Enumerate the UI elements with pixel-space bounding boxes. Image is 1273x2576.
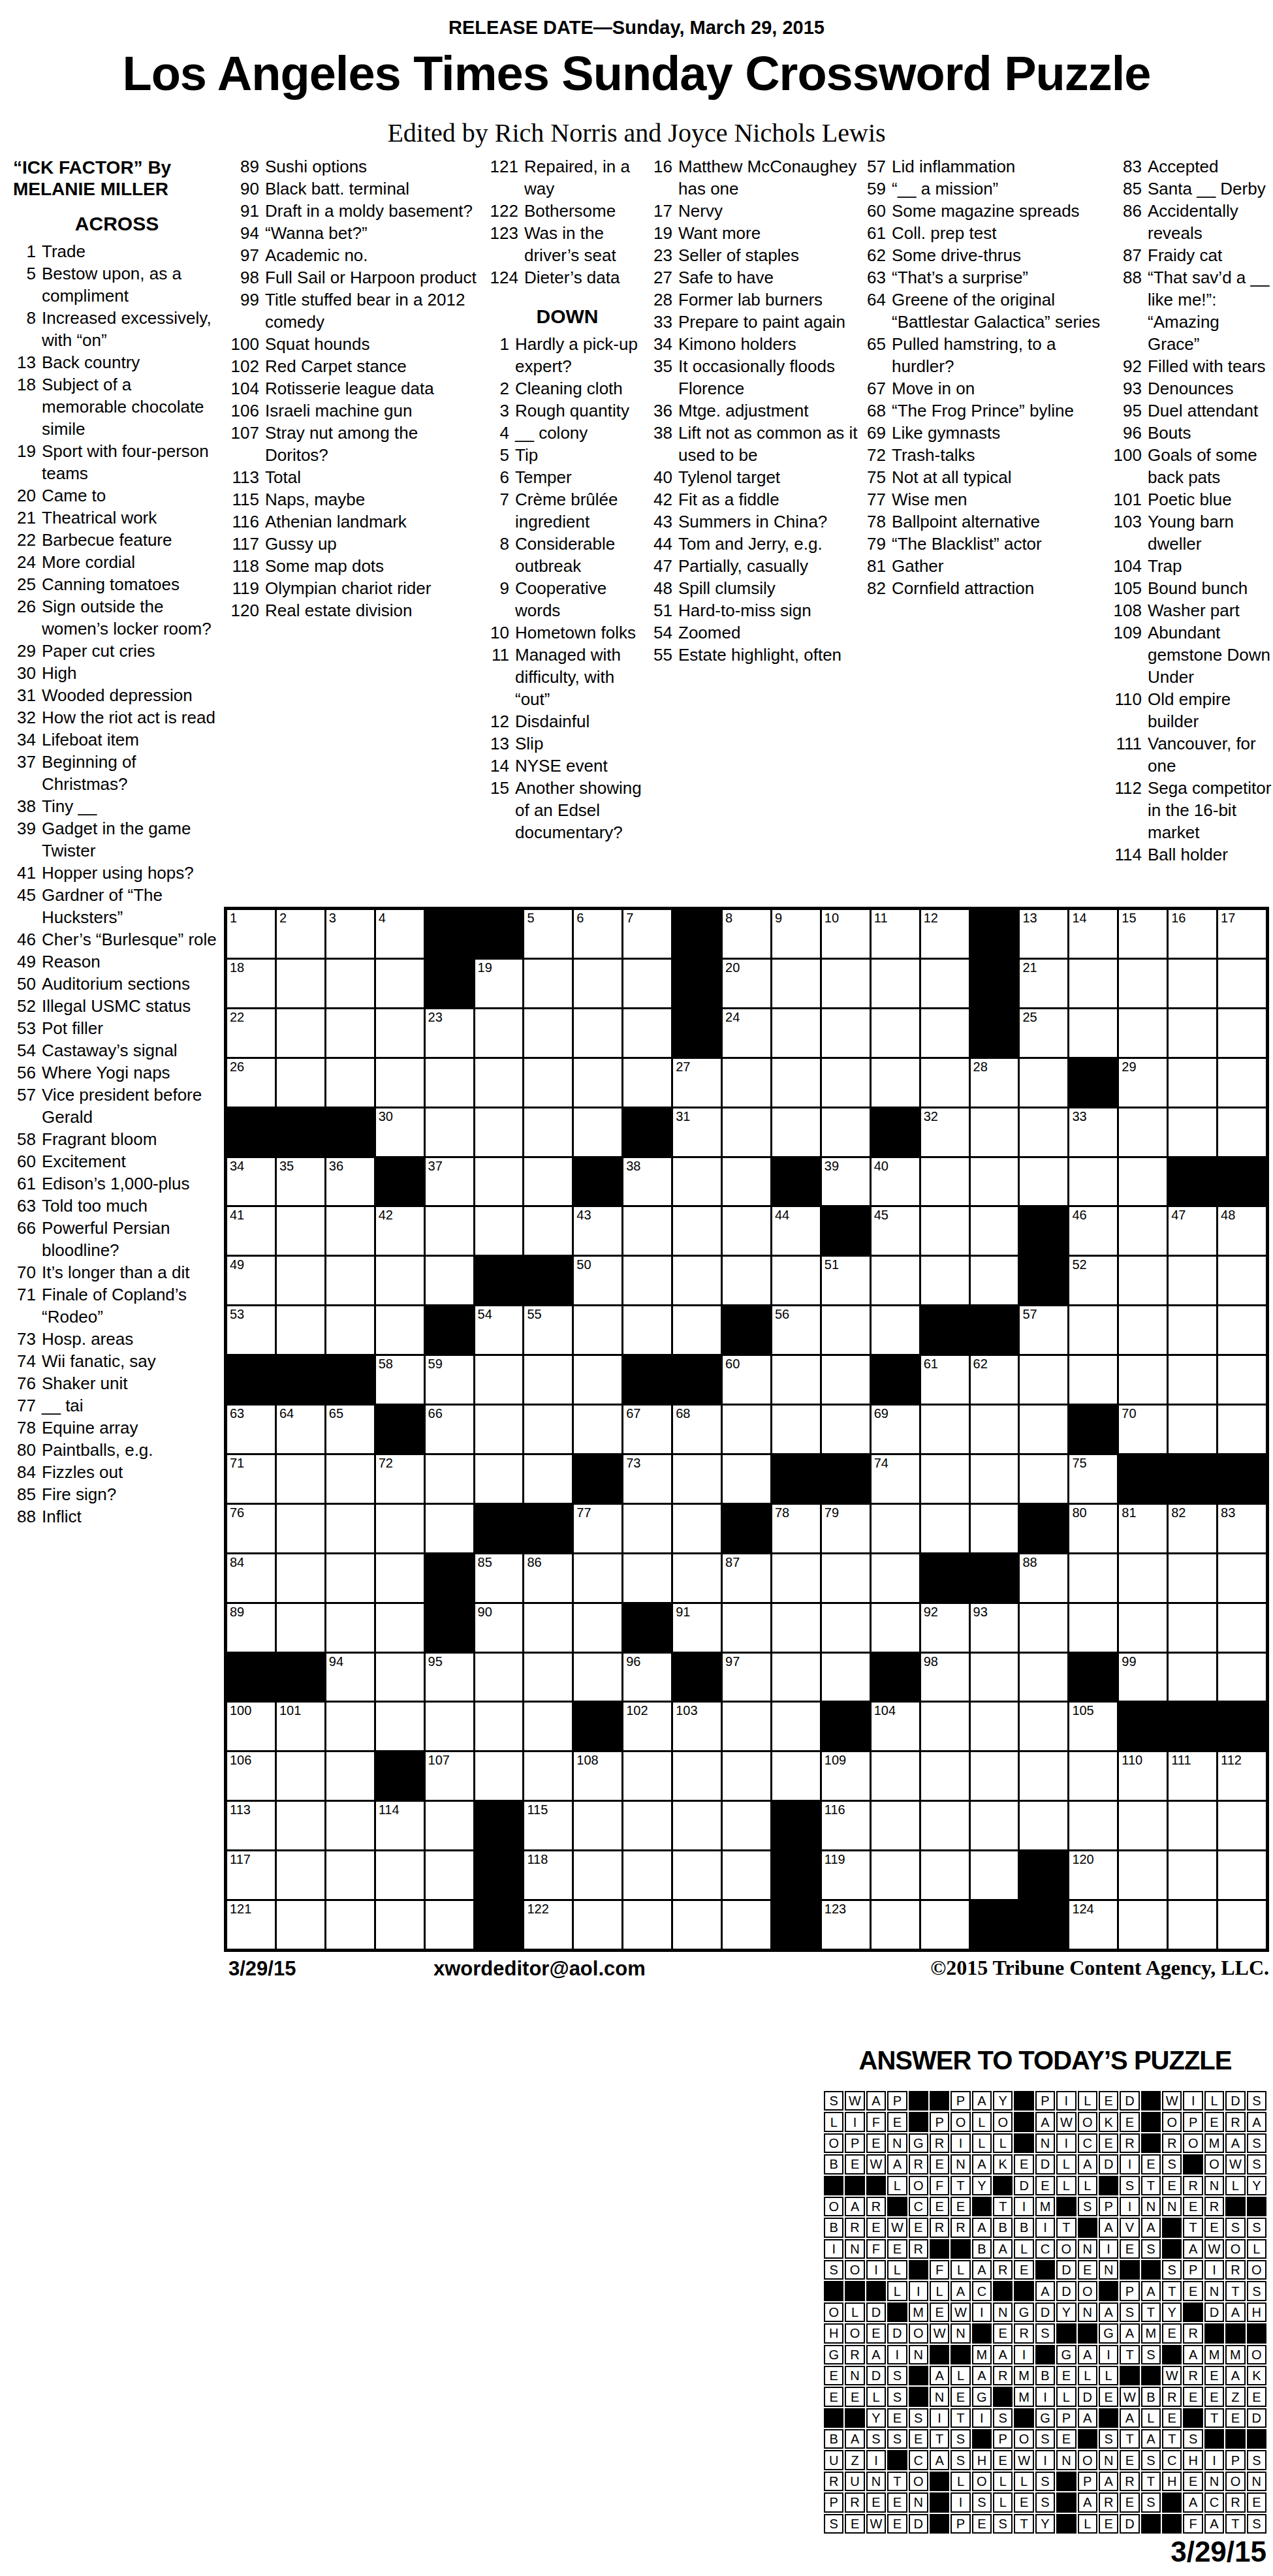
grid-cell-r2c14[interactable] [872, 960, 919, 1007]
grid-cell-r18c6[interactable] [475, 1752, 523, 1800]
grid-cell-r19c7[interactable]: 115 [524, 1802, 572, 1849]
grid-cell-r16c13[interactable] [822, 1654, 870, 1701]
grid-cell-r2c4[interactable] [376, 960, 424, 1007]
grid-cell-r17c1[interactable]: 100 [227, 1703, 275, 1750]
grid-cell-r15c19[interactable] [1119, 1604, 1167, 1652]
grid-cell-r16c21[interactable] [1218, 1654, 1266, 1701]
grid-cell-r15c7[interactable] [524, 1604, 572, 1652]
grid-cell-r10c21[interactable] [1218, 1356, 1266, 1404]
grid-cell-r8c13[interactable]: 51 [822, 1257, 870, 1304]
grid-cell-r10c4[interactable]: 58 [376, 1356, 424, 1404]
grid-cell-r13c13[interactable]: 79 [822, 1505, 870, 1552]
grid-cell-r9c2[interactable] [277, 1306, 324, 1354]
grid-cell-r4c14[interactable] [872, 1059, 919, 1107]
grid-cell-r7c21[interactable]: 48 [1218, 1207, 1266, 1255]
grid-cell-r19c13[interactable]: 116 [822, 1802, 870, 1849]
grid-cell-r2c17[interactable]: 21 [1020, 960, 1067, 1007]
grid-cell-r12c3[interactable] [326, 1455, 374, 1503]
grid-cell-r11c5[interactable]: 66 [426, 1406, 473, 1453]
grid-cell-r21c1[interactable]: 121 [227, 1901, 275, 1949]
grid-cell-r20c13[interactable]: 119 [822, 1851, 870, 1899]
grid-cell-r3c9[interactable] [623, 1009, 671, 1057]
grid-cell-r1c1[interactable]: 1 [227, 910, 275, 958]
grid-cell-r2c18[interactable] [1069, 960, 1117, 1007]
grid-cell-r6c7[interactable] [524, 1158, 572, 1206]
grid-cell-r12c14[interactable]: 74 [872, 1455, 919, 1503]
grid-cell-r3c8[interactable] [574, 1009, 621, 1057]
grid-cell-r15c6[interactable]: 90 [475, 1604, 523, 1652]
grid-cell-r15c17[interactable] [1020, 1604, 1067, 1652]
grid-cell-r12c5[interactable] [426, 1455, 473, 1503]
grid-cell-r13c5[interactable] [426, 1505, 473, 1552]
grid-cell-r21c3[interactable] [326, 1901, 374, 1949]
grid-cell-r18c5[interactable]: 107 [426, 1752, 473, 1800]
grid-cell-r11c21[interactable] [1218, 1406, 1266, 1453]
grid-cell-r20c4[interactable] [376, 1851, 424, 1899]
grid-cell-r7c16[interactable] [971, 1207, 1018, 1255]
grid-cell-r1c15[interactable]: 12 [921, 910, 969, 958]
grid-cell-r14c11[interactable]: 87 [723, 1554, 770, 1602]
grid-cell-r16c16[interactable] [971, 1654, 1018, 1701]
grid-cell-r4c1[interactable]: 26 [227, 1059, 275, 1107]
grid-cell-r10c13[interactable] [822, 1356, 870, 1404]
grid-cell-r7c20[interactable]: 47 [1169, 1207, 1216, 1255]
grid-cell-r13c16[interactable] [971, 1505, 1018, 1552]
grid-cell-r13c21[interactable]: 83 [1218, 1505, 1266, 1552]
grid-cell-r10c16[interactable]: 62 [971, 1356, 1018, 1404]
grid-cell-r7c6[interactable] [475, 1207, 523, 1255]
grid-cell-r19c20[interactable] [1169, 1802, 1216, 1849]
grid-cell-r2c13[interactable] [822, 960, 870, 1007]
grid-cell-r18c19[interactable]: 110 [1119, 1752, 1167, 1800]
grid-cell-r15c18[interactable] [1069, 1604, 1117, 1652]
grid-cell-r18c2[interactable] [277, 1752, 324, 1800]
grid-cell-r14c18[interactable] [1069, 1554, 1117, 1602]
grid-cell-r21c5[interactable] [426, 1901, 473, 1949]
grid-cell-r17c6[interactable] [475, 1703, 523, 1750]
grid-cell-r18c13[interactable]: 109 [822, 1752, 870, 1800]
grid-cell-r3c11[interactable]: 24 [723, 1009, 770, 1057]
grid-cell-r14c17[interactable]: 88 [1020, 1554, 1067, 1602]
grid-cell-r19c11[interactable] [723, 1802, 770, 1849]
grid-cell-r5c15[interactable]: 32 [921, 1108, 969, 1156]
grid-cell-r7c3[interactable] [326, 1207, 374, 1255]
grid-cell-r14c20[interactable] [1169, 1554, 1216, 1602]
grid-cell-r21c8[interactable] [574, 1901, 621, 1949]
grid-cell-r11c10[interactable]: 68 [673, 1406, 721, 1453]
grid-cell-r2c3[interactable] [326, 960, 374, 1007]
grid-cell-r5c20[interactable] [1169, 1108, 1216, 1156]
grid-cell-r15c1[interactable]: 89 [227, 1604, 275, 1652]
grid-cell-r21c7[interactable]: 122 [524, 1901, 572, 1949]
grid-cell-r11c13[interactable] [822, 1406, 870, 1453]
grid-cell-r13c1[interactable]: 76 [227, 1505, 275, 1552]
grid-cell-r9c13[interactable] [822, 1306, 870, 1354]
grid-cell-r13c3[interactable] [326, 1505, 374, 1552]
grid-cell-r3c6[interactable] [475, 1009, 523, 1057]
grid-cell-r21c13[interactable]: 123 [822, 1901, 870, 1949]
grid-cell-r17c14[interactable]: 104 [872, 1703, 919, 1750]
grid-cell-r17c18[interactable]: 105 [1069, 1703, 1117, 1750]
grid-cell-r2c1[interactable]: 18 [227, 960, 275, 1007]
grid-cell-r5c10[interactable]: 31 [673, 1108, 721, 1156]
grid-cell-r2c6[interactable]: 19 [475, 960, 523, 1007]
grid-cell-r3c7[interactable] [524, 1009, 572, 1057]
grid-cell-r17c17[interactable] [1020, 1703, 1067, 1750]
grid-cell-r7c10[interactable] [673, 1207, 721, 1255]
grid-cell-r13c10[interactable] [673, 1505, 721, 1552]
grid-cell-r10c19[interactable] [1119, 1356, 1167, 1404]
grid-cell-r16c11[interactable]: 97 [723, 1654, 770, 1701]
grid-cell-r4c16[interactable]: 28 [971, 1059, 1018, 1107]
grid-cell-r19c15[interactable] [921, 1802, 969, 1849]
grid-cell-r16c17[interactable] [1020, 1654, 1067, 1701]
grid-cell-r4c13[interactable] [822, 1059, 870, 1107]
grid-cell-r12c16[interactable] [971, 1455, 1018, 1503]
grid-cell-r4c15[interactable] [921, 1059, 969, 1107]
grid-cell-r2c19[interactable] [1119, 960, 1167, 1007]
grid-cell-r16c8[interactable] [574, 1654, 621, 1701]
grid-cell-r18c20[interactable]: 111 [1169, 1752, 1216, 1800]
grid-cell-r17c9[interactable]: 102 [623, 1703, 671, 1750]
grid-cell-r1c7[interactable]: 5 [524, 910, 572, 958]
grid-cell-r20c21[interactable] [1218, 1851, 1266, 1899]
grid-cell-r13c20[interactable]: 82 [1169, 1505, 1216, 1552]
grid-cell-r11c19[interactable]: 70 [1119, 1406, 1167, 1453]
grid-cell-r6c1[interactable]: 34 [227, 1158, 275, 1206]
grid-cell-r21c15[interactable] [921, 1901, 969, 1949]
grid-cell-r1c8[interactable]: 6 [574, 910, 621, 958]
grid-cell-r4c4[interactable] [376, 1059, 424, 1107]
grid-cell-r17c5[interactable] [426, 1703, 473, 1750]
grid-cell-r16c12[interactable] [772, 1654, 820, 1701]
grid-cell-r20c20[interactable] [1169, 1851, 1216, 1899]
grid-cell-r21c21[interactable] [1218, 1901, 1266, 1949]
grid-cell-r10c8[interactable] [574, 1356, 621, 1404]
grid-cell-r4c17[interactable] [1020, 1059, 1067, 1107]
grid-cell-r2c7[interactable] [524, 960, 572, 1007]
grid-cell-r18c11[interactable] [723, 1752, 770, 1800]
grid-cell-r5c11[interactable] [723, 1108, 770, 1156]
grid-cell-r17c4[interactable] [376, 1703, 424, 1750]
grid-cell-r3c13[interactable] [822, 1009, 870, 1057]
grid-cell-r8c18[interactable]: 52 [1069, 1257, 1117, 1304]
grid-cell-r8c15[interactable] [921, 1257, 969, 1304]
grid-cell-r4c20[interactable] [1169, 1059, 1216, 1107]
grid-cell-r1c3[interactable]: 3 [326, 910, 374, 958]
grid-cell-r7c4[interactable]: 42 [376, 1207, 424, 1255]
grid-cell-r8c21[interactable] [1218, 1257, 1266, 1304]
grid-cell-r17c15[interactable] [921, 1703, 969, 1750]
grid-cell-r6c19[interactable] [1119, 1158, 1167, 1206]
grid-cell-r17c7[interactable] [524, 1703, 572, 1750]
grid-cell-r12c17[interactable] [1020, 1455, 1067, 1503]
grid-cell-r8c1[interactable]: 49 [227, 1257, 275, 1304]
grid-cell-r19c1[interactable]: 113 [227, 1802, 275, 1849]
grid-cell-r21c14[interactable] [872, 1901, 919, 1949]
grid-cell-r2c12[interactable] [772, 960, 820, 1007]
grid-cell-r1c19[interactable]: 15 [1119, 910, 1167, 958]
grid-cell-r6c14[interactable]: 40 [872, 1158, 919, 1206]
grid-cell-r2c21[interactable] [1218, 960, 1266, 1007]
grid-cell-r7c9[interactable] [623, 1207, 671, 1255]
grid-cell-r12c9[interactable]: 73 [623, 1455, 671, 1503]
grid-cell-r3c17[interactable]: 25 [1020, 1009, 1067, 1057]
grid-cell-r6c5[interactable]: 37 [426, 1158, 473, 1206]
grid-cell-r14c2[interactable] [277, 1554, 324, 1602]
grid-cell-r3c20[interactable] [1169, 1009, 1216, 1057]
grid-cell-r18c18[interactable] [1069, 1752, 1117, 1800]
grid-cell-r2c20[interactable] [1169, 960, 1216, 1007]
grid-cell-r8c8[interactable]: 50 [574, 1257, 621, 1304]
grid-cell-r13c9[interactable] [623, 1505, 671, 1552]
grid-cell-r15c8[interactable] [574, 1604, 621, 1652]
grid-cell-r18c10[interactable] [673, 1752, 721, 1800]
grid-cell-r11c1[interactable]: 63 [227, 1406, 275, 1453]
grid-cell-r1c17[interactable]: 13 [1020, 910, 1067, 958]
grid-cell-r8c4[interactable] [376, 1257, 424, 1304]
grid-cell-r20c2[interactable] [277, 1851, 324, 1899]
grid-cell-r19c10[interactable] [673, 1802, 721, 1849]
grid-cell-r21c4[interactable] [376, 1901, 424, 1949]
grid-cell-r5c19[interactable] [1119, 1108, 1167, 1156]
grid-cell-r19c5[interactable] [426, 1802, 473, 1849]
grid-cell-r20c14[interactable] [872, 1851, 919, 1899]
grid-cell-r9c18[interactable] [1069, 1306, 1117, 1354]
grid-cell-r4c3[interactable] [326, 1059, 374, 1107]
grid-cell-r4c9[interactable] [623, 1059, 671, 1107]
grid-cell-r20c18[interactable]: 120 [1069, 1851, 1117, 1899]
grid-cell-r6c16[interactable] [971, 1158, 1018, 1206]
grid-cell-r5c6[interactable] [475, 1108, 523, 1156]
grid-cell-r10c20[interactable] [1169, 1356, 1216, 1404]
grid-cell-r20c9[interactable] [623, 1851, 671, 1899]
grid-cell-r4c7[interactable] [524, 1059, 572, 1107]
grid-cell-r7c2[interactable] [277, 1207, 324, 1255]
grid-cell-r8c19[interactable] [1119, 1257, 1167, 1304]
grid-cell-r2c15[interactable] [921, 960, 969, 1007]
grid-cell-r11c8[interactable] [574, 1406, 621, 1453]
grid-cell-r20c7[interactable]: 118 [524, 1851, 572, 1899]
grid-cell-r15c12[interactable] [772, 1604, 820, 1652]
grid-cell-r9c4[interactable] [376, 1306, 424, 1354]
grid-cell-r5c4[interactable]: 30 [376, 1108, 424, 1156]
grid-cell-r21c11[interactable] [723, 1901, 770, 1949]
grid-cell-r7c14[interactable]: 45 [872, 1207, 919, 1255]
grid-cell-r7c8[interactable]: 43 [574, 1207, 621, 1255]
grid-cell-r4c21[interactable] [1218, 1059, 1266, 1107]
grid-cell-r11c6[interactable] [475, 1406, 523, 1453]
grid-cell-r18c15[interactable] [921, 1752, 969, 1800]
grid-cell-r13c14[interactable] [872, 1505, 919, 1552]
grid-cell-r19c19[interactable] [1119, 1802, 1167, 1849]
grid-cell-r7c1[interactable]: 41 [227, 1207, 275, 1255]
grid-cell-r17c2[interactable]: 101 [277, 1703, 324, 1750]
grid-cell-r2c2[interactable] [277, 960, 324, 1007]
grid-cell-r7c5[interactable] [426, 1207, 473, 1255]
grid-cell-r15c16[interactable]: 93 [971, 1604, 1018, 1652]
grid-cell-r9c7[interactable]: 55 [524, 1306, 572, 1354]
grid-cell-r9c21[interactable] [1218, 1306, 1266, 1354]
grid-cell-r18c8[interactable]: 108 [574, 1752, 621, 1800]
grid-cell-r3c5[interactable]: 23 [426, 1009, 473, 1057]
grid-cell-r13c12[interactable]: 78 [772, 1505, 820, 1552]
grid-cell-r17c10[interactable]: 103 [673, 1703, 721, 1750]
grid-cell-r8c10[interactable] [673, 1257, 721, 1304]
grid-cell-r19c4[interactable]: 114 [376, 1802, 424, 1849]
grid-cell-r10c11[interactable]: 60 [723, 1356, 770, 1404]
grid-cell-r14c10[interactable] [673, 1554, 721, 1602]
grid-cell-r13c18[interactable]: 80 [1069, 1505, 1117, 1552]
grid-cell-r1c21[interactable]: 17 [1218, 910, 1266, 958]
grid-cell-r20c8[interactable] [574, 1851, 621, 1899]
grid-cell-r5c7[interactable] [524, 1108, 572, 1156]
grid-cell-r3c3[interactable] [326, 1009, 374, 1057]
grid-cell-r8c16[interactable] [971, 1257, 1018, 1304]
grid-cell-r19c8[interactable] [574, 1802, 621, 1849]
grid-cell-r8c11[interactable] [723, 1257, 770, 1304]
grid-cell-r14c4[interactable] [376, 1554, 424, 1602]
grid-cell-r21c18[interactable]: 124 [1069, 1901, 1117, 1949]
grid-cell-r15c13[interactable] [822, 1604, 870, 1652]
grid-cell-r10c6[interactable] [475, 1356, 523, 1404]
grid-cell-r11c16[interactable] [971, 1406, 1018, 1453]
grid-cell-r14c8[interactable] [574, 1554, 621, 1602]
grid-cell-r1c2[interactable]: 2 [277, 910, 324, 958]
grid-cell-r12c4[interactable]: 72 [376, 1455, 424, 1503]
grid-cell-r3c4[interactable] [376, 1009, 424, 1057]
grid-cell-r1c11[interactable]: 8 [723, 910, 770, 958]
grid-cell-r8c9[interactable] [623, 1257, 671, 1304]
grid-cell-r15c10[interactable]: 91 [673, 1604, 721, 1652]
grid-cell-r10c7[interactable] [524, 1356, 572, 1404]
grid-cell-r16c9[interactable]: 96 [623, 1654, 671, 1701]
grid-cell-r12c10[interactable] [673, 1455, 721, 1503]
grid-cell-r16c4[interactable] [376, 1654, 424, 1701]
grid-cell-r4c8[interactable] [574, 1059, 621, 1107]
grid-cell-r9c14[interactable] [872, 1306, 919, 1354]
grid-cell-r11c15[interactable] [921, 1406, 969, 1453]
grid-cell-r10c18[interactable] [1069, 1356, 1117, 1404]
grid-cell-r11c3[interactable]: 65 [326, 1406, 374, 1453]
grid-cell-r8c20[interactable] [1169, 1257, 1216, 1304]
grid-cell-r7c19[interactable] [1119, 1207, 1167, 1255]
grid-cell-r13c4[interactable] [376, 1505, 424, 1552]
grid-cell-r3c21[interactable] [1218, 1009, 1266, 1057]
grid-cell-r9c12[interactable]: 56 [772, 1306, 820, 1354]
grid-cell-r8c12[interactable] [772, 1257, 820, 1304]
grid-cell-r14c21[interactable] [1218, 1554, 1266, 1602]
grid-cell-r5c21[interactable] [1218, 1108, 1266, 1156]
grid-cell-r20c16[interactable] [971, 1851, 1018, 1899]
grid-cell-r21c20[interactable] [1169, 1901, 1216, 1949]
grid-cell-r19c9[interactable] [623, 1802, 671, 1849]
grid-cell-r6c17[interactable] [1020, 1158, 1067, 1206]
grid-cell-r6c2[interactable]: 35 [277, 1158, 324, 1206]
grid-cell-r18c21[interactable]: 112 [1218, 1752, 1266, 1800]
grid-cell-r15c11[interactable] [723, 1604, 770, 1652]
grid-cell-r4c11[interactable] [723, 1059, 770, 1107]
grid-cell-r3c19[interactable] [1119, 1009, 1167, 1057]
grid-cell-r18c12[interactable] [772, 1752, 820, 1800]
grid-cell-r5c12[interactable] [772, 1108, 820, 1156]
grid-cell-r14c14[interactable] [872, 1554, 919, 1602]
grid-cell-r6c3[interactable]: 36 [326, 1158, 374, 1206]
grid-cell-r7c11[interactable] [723, 1207, 770, 1255]
grid-cell-r1c13[interactable]: 10 [822, 910, 870, 958]
grid-cell-r10c5[interactable]: 59 [426, 1356, 473, 1404]
grid-cell-r2c11[interactable]: 20 [723, 960, 770, 1007]
grid-cell-r18c17[interactable] [1020, 1752, 1067, 1800]
grid-cell-r7c12[interactable]: 44 [772, 1207, 820, 1255]
grid-cell-r20c1[interactable]: 117 [227, 1851, 275, 1899]
grid-cell-r16c19[interactable]: 99 [1119, 1654, 1167, 1701]
grid-cell-r13c8[interactable]: 77 [574, 1505, 621, 1552]
grid-cell-r20c5[interactable] [426, 1851, 473, 1899]
grid-cell-r15c21[interactable] [1218, 1604, 1266, 1652]
grid-cell-r9c6[interactable]: 54 [475, 1306, 523, 1354]
grid-cell-r20c15[interactable] [921, 1851, 969, 1899]
grid-cell-r11c11[interactable] [723, 1406, 770, 1453]
grid-cell-r5c18[interactable]: 33 [1069, 1108, 1117, 1156]
grid-cell-r12c6[interactable] [475, 1455, 523, 1503]
grid-cell-r17c12[interactable] [772, 1703, 820, 1750]
grid-cell-r15c2[interactable] [277, 1604, 324, 1652]
grid-cell-r16c20[interactable] [1169, 1654, 1216, 1701]
grid-cell-r6c6[interactable] [475, 1158, 523, 1206]
grid-cell-r12c18[interactable]: 75 [1069, 1455, 1117, 1503]
grid-cell-r19c18[interactable] [1069, 1802, 1117, 1849]
grid-cell-r15c15[interactable]: 92 [921, 1604, 969, 1652]
grid-cell-r12c1[interactable]: 71 [227, 1455, 275, 1503]
grid-cell-r5c16[interactable] [971, 1108, 1018, 1156]
grid-cell-r19c14[interactable] [872, 1802, 919, 1849]
grid-cell-r12c15[interactable] [921, 1455, 969, 1503]
grid-cell-r8c5[interactable] [426, 1257, 473, 1304]
grid-cell-r8c14[interactable] [872, 1257, 919, 1304]
grid-cell-r1c12[interactable]: 9 [772, 910, 820, 958]
grid-cell-r11c17[interactable] [1020, 1406, 1067, 1453]
grid-cell-r14c1[interactable]: 84 [227, 1554, 275, 1602]
grid-cell-r14c9[interactable] [623, 1554, 671, 1602]
grid-cell-r16c7[interactable] [524, 1654, 572, 1701]
grid-cell-r1c9[interactable]: 7 [623, 910, 671, 958]
grid-cell-r14c6[interactable]: 85 [475, 1554, 523, 1602]
grid-cell-r1c20[interactable]: 16 [1169, 910, 1216, 958]
grid-cell-r1c4[interactable]: 4 [376, 910, 424, 958]
grid-cell-r14c13[interactable] [822, 1554, 870, 1602]
grid-cell-r13c15[interactable] [921, 1505, 969, 1552]
grid-cell-r10c17[interactable] [1020, 1356, 1067, 1404]
grid-cell-r4c10[interactable]: 27 [673, 1059, 721, 1107]
grid-cell-r11c12[interactable] [772, 1406, 820, 1453]
grid-cell-r11c20[interactable] [1169, 1406, 1216, 1453]
grid-cell-r2c8[interactable] [574, 960, 621, 1007]
grid-cell-r4c6[interactable] [475, 1059, 523, 1107]
grid-cell-r6c9[interactable]: 38 [623, 1158, 671, 1206]
grid-cell-r10c12[interactable] [772, 1356, 820, 1404]
grid-cell-r12c11[interactable] [723, 1455, 770, 1503]
grid-cell-r18c3[interactable] [326, 1752, 374, 1800]
grid-cell-r14c7[interactable]: 86 [524, 1554, 572, 1602]
grid-cell-r11c9[interactable]: 67 [623, 1406, 671, 1453]
grid-cell-r15c20[interactable] [1169, 1604, 1216, 1652]
grid-cell-r21c2[interactable] [277, 1901, 324, 1949]
grid-cell-r5c5[interactable] [426, 1108, 473, 1156]
grid-cell-r1c18[interactable]: 14 [1069, 910, 1117, 958]
grid-cell-r17c3[interactable] [326, 1703, 374, 1750]
grid-cell-r13c19[interactable]: 81 [1119, 1505, 1167, 1552]
